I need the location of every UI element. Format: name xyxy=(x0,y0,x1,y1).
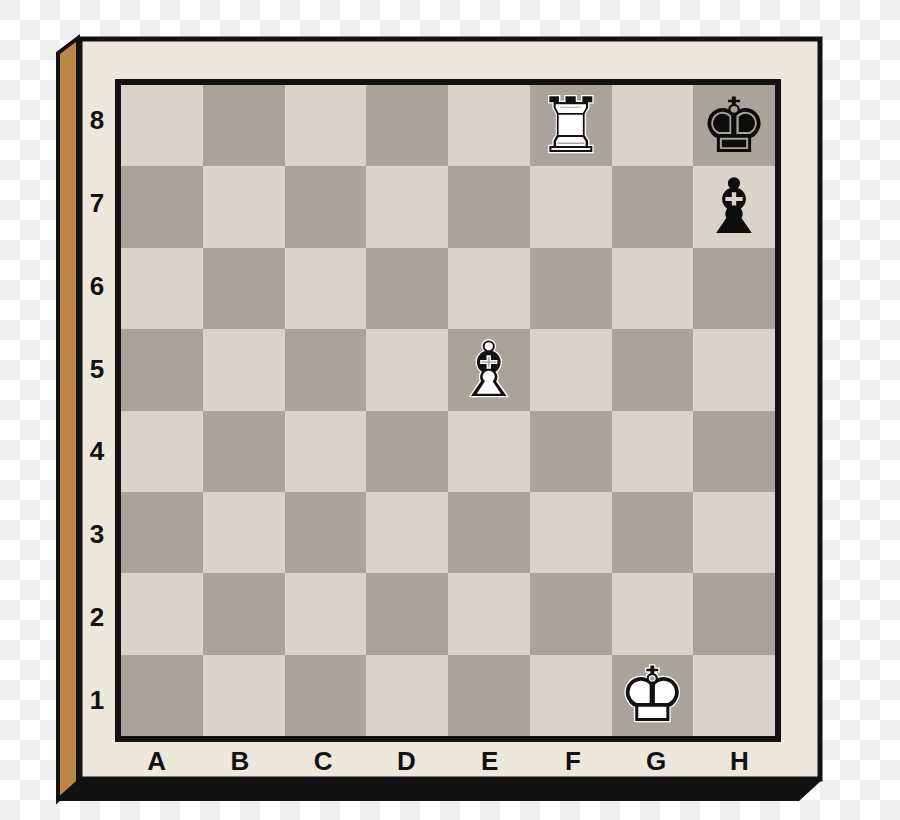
rank-label-1: 1 xyxy=(79,659,115,742)
file-labels: ABCDEFGH xyxy=(115,742,781,780)
rank-label-7: 7 xyxy=(79,162,115,245)
file-label-d: D xyxy=(365,742,448,780)
piece-black-king-h8[interactable]: ♚ xyxy=(693,85,775,166)
rank-label-5: 5 xyxy=(79,328,115,411)
file-label-e: E xyxy=(448,742,531,780)
piece-white-bishop-e5[interactable]: ♝♗ xyxy=(448,329,530,410)
white-bishop-icon: ♗ xyxy=(448,329,530,410)
file-label-g: G xyxy=(615,742,698,780)
rank-label-3: 3 xyxy=(79,493,115,576)
file-label-f: F xyxy=(531,742,614,780)
rank-label-6: 6 xyxy=(79,245,115,328)
pieces-layer: ♜♖♚♝♝♗♚♔ xyxy=(121,85,775,736)
white-rook-icon: ♖ xyxy=(530,85,612,166)
rank-labels: 87654321 xyxy=(79,79,115,742)
file-label-a: A xyxy=(115,742,198,780)
file-label-b: B xyxy=(198,742,281,780)
wood-left-bevel xyxy=(58,38,78,800)
bottom-bevel xyxy=(58,780,822,801)
file-label-c: C xyxy=(282,742,365,780)
rank-label-8: 8 xyxy=(79,79,115,162)
black-bishop-icon: ♝ xyxy=(693,166,775,247)
rank-label-2: 2 xyxy=(79,576,115,659)
white-king-icon: ♔ xyxy=(612,655,694,736)
black-king-icon: ♚ xyxy=(693,85,775,166)
rank-label-4: 4 xyxy=(79,411,115,494)
chessboard-scene: 87654321 ABCDEFGH ♜♖♚♝♝♗♚♔ xyxy=(0,0,900,820)
piece-white-rook-f8[interactable]: ♜♖ xyxy=(530,85,612,166)
piece-black-bishop-h7[interactable]: ♝ xyxy=(693,166,775,247)
piece-white-king-g1[interactable]: ♚♔ xyxy=(612,655,694,736)
file-label-h: H xyxy=(698,742,781,780)
